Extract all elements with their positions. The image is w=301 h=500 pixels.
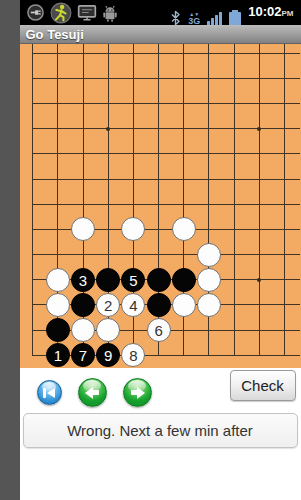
black-stone	[71, 293, 95, 317]
white-stone	[71, 217, 95, 241]
bluetooth-icon	[170, 10, 181, 26]
message-text: Wrong. Next a few min after	[67, 422, 253, 439]
grid-line-vertical	[234, 44, 235, 356]
star-point	[257, 278, 261, 282]
grid-line-vertical	[259, 44, 260, 356]
grid-line-horizontal	[32, 53, 300, 54]
grid-line-horizontal	[32, 153, 300, 154]
white-stone	[121, 217, 145, 241]
android-debug-icon	[102, 4, 118, 22]
black-stone-move-1: 1	[46, 343, 70, 367]
grid-line-horizontal	[32, 254, 300, 255]
black-stone	[147, 293, 171, 317]
white-stone	[172, 217, 196, 241]
status-icons-left	[26, 2, 118, 24]
grid-line-vertical	[284, 44, 285, 356]
white-stone	[197, 268, 221, 292]
star-point	[257, 127, 261, 131]
grid-line-horizontal	[32, 179, 300, 180]
black-stone-move-7: 7	[71, 343, 95, 367]
white-stone-move-8: 8	[121, 343, 145, 367]
black-stone-move-3: 3	[71, 268, 95, 292]
black-stone	[172, 268, 196, 292]
black-stone	[96, 268, 120, 292]
page-title: Go Tesuji	[26, 27, 84, 42]
status-icons-right: ▲▼3G 10:02PM	[170, 0, 293, 26]
white-stone	[197, 293, 221, 317]
app-screen: ▲▼3G 10:02PM Go Tesuji 352461798	[20, 0, 301, 500]
white-stone	[46, 293, 70, 317]
skip-to-start-button[interactable]	[37, 380, 62, 405]
white-stone	[197, 243, 221, 267]
status-bar: ▲▼3G 10:02PM	[20, 0, 301, 25]
white-stone	[172, 293, 196, 317]
battery-icon	[229, 10, 241, 26]
black-stone-move-9: 9	[96, 343, 120, 367]
3g-data-icon: ▲▼3G	[188, 12, 200, 26]
next-move-button[interactable]	[123, 378, 152, 407]
white-stone-move-2: 2	[96, 293, 120, 317]
grid-line-horizontal	[32, 204, 300, 205]
title-bar: Go Tesuji	[20, 25, 301, 44]
white-stone	[96, 318, 120, 342]
arrow-right-icon	[130, 387, 145, 399]
arrow-left-icon	[85, 387, 100, 399]
go-board[interactable]: 352461798	[20, 44, 301, 368]
star-point	[106, 127, 110, 131]
running-man-icon	[50, 2, 72, 24]
white-stone	[71, 318, 95, 342]
white-stone-move-6: 6	[147, 318, 171, 342]
black-stone	[147, 268, 171, 292]
screen-icon	[77, 4, 97, 21]
signal-strength-icon	[207, 10, 222, 26]
message-bar: Wrong. Next a few min after	[23, 413, 298, 448]
black-stone-move-5: 5	[121, 268, 145, 292]
previous-move-button[interactable]	[78, 378, 107, 407]
white-stone-move-4: 4	[121, 293, 145, 317]
white-stone	[46, 268, 70, 292]
check-button[interactable]: Check	[230, 370, 296, 401]
black-stone	[46, 318, 70, 342]
skip-to-start-icon	[43, 388, 55, 398]
grid-line-horizontal	[32, 103, 300, 104]
grid-line-vertical	[32, 44, 33, 356]
status-clock: 10:02PM	[248, 0, 293, 26]
grid-line-horizontal	[32, 78, 300, 79]
usb-plug-icon	[26, 3, 45, 22]
